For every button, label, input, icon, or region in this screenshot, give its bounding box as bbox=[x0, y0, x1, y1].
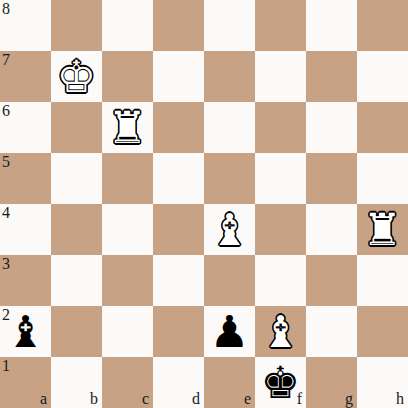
square-d2[interactable] bbox=[153, 306, 204, 357]
square-f7[interactable] bbox=[255, 51, 306, 102]
rank-label-6: 6 bbox=[2, 102, 10, 119]
square-g5[interactable] bbox=[306, 153, 357, 204]
square-a7[interactable]: 7 bbox=[0, 51, 51, 102]
square-b5[interactable] bbox=[51, 153, 102, 204]
square-e7[interactable] bbox=[204, 51, 255, 102]
file-label-d: d bbox=[192, 391, 200, 407]
square-h3[interactable] bbox=[357, 255, 408, 306]
rank-label-5: 5 bbox=[2, 153, 10, 170]
rank-label-8: 8 bbox=[2, 0, 10, 17]
square-a6[interactable]: 6 bbox=[0, 102, 51, 153]
square-h2[interactable] bbox=[357, 306, 408, 357]
file-label-h: h bbox=[396, 391, 404, 407]
square-a8[interactable]: 8 bbox=[0, 0, 51, 51]
white-rook[interactable]: ♜ bbox=[357, 204, 408, 255]
square-a3[interactable]: 3 bbox=[0, 255, 51, 306]
square-g7[interactable] bbox=[306, 51, 357, 102]
square-g4[interactable] bbox=[306, 204, 357, 255]
square-c8[interactable] bbox=[102, 0, 153, 51]
square-d4[interactable] bbox=[153, 204, 204, 255]
chess-board: 87♚6♜54♝♜32♝♟♝1abcdef♚gh bbox=[0, 0, 408, 408]
black-king[interactable]: ♚ bbox=[255, 357, 306, 408]
square-h8[interactable] bbox=[357, 0, 408, 51]
file-label-g: g bbox=[345, 391, 353, 407]
square-d7[interactable] bbox=[153, 51, 204, 102]
square-a2[interactable]: 2♝ bbox=[0, 306, 51, 357]
square-f1[interactable]: f♚ bbox=[255, 357, 306, 408]
rank-label-4: 4 bbox=[2, 204, 10, 221]
square-c7[interactable] bbox=[102, 51, 153, 102]
square-b3[interactable] bbox=[51, 255, 102, 306]
white-bishop[interactable]: ♝ bbox=[204, 204, 255, 255]
square-b2[interactable] bbox=[51, 306, 102, 357]
square-f4[interactable] bbox=[255, 204, 306, 255]
file-label-e: e bbox=[244, 391, 251, 407]
square-c5[interactable] bbox=[102, 153, 153, 204]
black-pawn[interactable]: ♟ bbox=[204, 306, 255, 357]
square-b7[interactable]: ♚ bbox=[51, 51, 102, 102]
square-b4[interactable] bbox=[51, 204, 102, 255]
square-a5[interactable]: 5 bbox=[0, 153, 51, 204]
square-e2[interactable]: ♟ bbox=[204, 306, 255, 357]
square-h6[interactable] bbox=[357, 102, 408, 153]
square-e1[interactable]: e bbox=[204, 357, 255, 408]
square-e8[interactable] bbox=[204, 0, 255, 51]
square-h5[interactable] bbox=[357, 153, 408, 204]
square-f5[interactable] bbox=[255, 153, 306, 204]
square-e5[interactable] bbox=[204, 153, 255, 204]
square-c1[interactable]: c bbox=[102, 357, 153, 408]
square-d1[interactable]: d bbox=[153, 357, 204, 408]
square-c4[interactable] bbox=[102, 204, 153, 255]
square-f3[interactable] bbox=[255, 255, 306, 306]
square-g6[interactable] bbox=[306, 102, 357, 153]
square-g1[interactable]: g bbox=[306, 357, 357, 408]
square-d8[interactable] bbox=[153, 0, 204, 51]
square-h1[interactable]: h bbox=[357, 357, 408, 408]
square-g8[interactable] bbox=[306, 0, 357, 51]
square-g3[interactable] bbox=[306, 255, 357, 306]
square-c2[interactable] bbox=[102, 306, 153, 357]
white-bishop[interactable]: ♝ bbox=[255, 306, 306, 357]
square-h7[interactable] bbox=[357, 51, 408, 102]
square-g2[interactable] bbox=[306, 306, 357, 357]
square-e3[interactable] bbox=[204, 255, 255, 306]
square-e6[interactable] bbox=[204, 102, 255, 153]
square-b6[interactable] bbox=[51, 102, 102, 153]
white-king[interactable]: ♚ bbox=[51, 51, 102, 102]
rank-label-1: 1 bbox=[2, 357, 10, 374]
square-c3[interactable] bbox=[102, 255, 153, 306]
square-d6[interactable] bbox=[153, 102, 204, 153]
file-label-a: a bbox=[40, 391, 47, 407]
square-d3[interactable] bbox=[153, 255, 204, 306]
white-rook[interactable]: ♜ bbox=[102, 102, 153, 153]
square-f8[interactable] bbox=[255, 0, 306, 51]
rank-label-3: 3 bbox=[2, 255, 10, 272]
square-b1[interactable]: b bbox=[51, 357, 102, 408]
square-f6[interactable] bbox=[255, 102, 306, 153]
square-e4[interactable]: ♝ bbox=[204, 204, 255, 255]
square-h4[interactable]: ♜ bbox=[357, 204, 408, 255]
black-bishop[interactable]: ♝ bbox=[0, 306, 51, 357]
square-c6[interactable]: ♜ bbox=[102, 102, 153, 153]
square-a1[interactable]: 1a bbox=[0, 357, 51, 408]
square-b8[interactable] bbox=[51, 0, 102, 51]
file-label-c: c bbox=[142, 391, 149, 407]
file-label-b: b bbox=[90, 391, 98, 407]
rank-label-7: 7 bbox=[2, 51, 10, 68]
square-d5[interactable] bbox=[153, 153, 204, 204]
square-f2[interactable]: ♝ bbox=[255, 306, 306, 357]
square-a4[interactable]: 4 bbox=[0, 204, 51, 255]
